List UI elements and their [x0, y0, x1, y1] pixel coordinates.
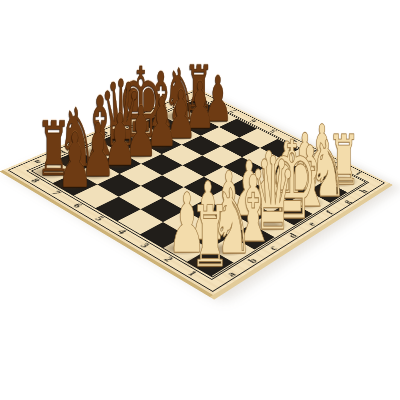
piece-white-rook-a1[interactable]: ♜	[191, 195, 230, 279]
chess-set-product-photo: { "game": "chess", "scene": { "descripti…	[0, 0, 400, 400]
chessboard-scene: aa11bb22cc33dd44ee55ff66gg77hh88 ♜♞♟♝♟♚♟…	[0, 0, 400, 400]
pieces-layer: ♜♞♟♝♟♚♟♛♟♝♟♞♟♟♜♟♟♜♟♟♞♟♝♟♚♟♛♟♝♟♞♜	[0, 0, 400, 400]
piece-black-pawn-a7[interactable]: ♟	[57, 123, 92, 199]
